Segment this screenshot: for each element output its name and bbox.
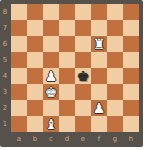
square-c3[interactable]: ♚ bbox=[43, 84, 59, 100]
square-c7[interactable] bbox=[43, 20, 59, 36]
square-a8[interactable] bbox=[11, 4, 27, 20]
square-g5[interactable] bbox=[107, 52, 123, 68]
square-h6[interactable] bbox=[123, 36, 139, 52]
square-a1[interactable] bbox=[11, 116, 27, 132]
square-g2[interactable] bbox=[107, 100, 123, 116]
square-g8[interactable] bbox=[107, 4, 123, 20]
square-d1[interactable] bbox=[59, 116, 75, 132]
white-bishop-c1[interactable]: ♝ bbox=[43, 116, 59, 132]
square-f6[interactable]: ♜ bbox=[91, 36, 107, 52]
square-g6[interactable] bbox=[107, 36, 123, 52]
square-d4[interactable] bbox=[59, 68, 75, 84]
square-c8[interactable] bbox=[43, 4, 59, 20]
square-e6[interactable] bbox=[75, 36, 91, 52]
square-h2[interactable] bbox=[123, 100, 139, 116]
square-d6[interactable] bbox=[59, 36, 75, 52]
square-e7[interactable] bbox=[75, 20, 91, 36]
square-f1[interactable] bbox=[91, 116, 107, 132]
square-h5[interactable] bbox=[123, 52, 139, 68]
square-d2[interactable] bbox=[59, 100, 75, 116]
rank-label-8: 8 bbox=[0, 4, 10, 20]
square-b2[interactable] bbox=[27, 100, 43, 116]
square-a2[interactable] bbox=[11, 100, 27, 116]
square-a5[interactable] bbox=[11, 52, 27, 68]
square-e5[interactable] bbox=[75, 52, 91, 68]
rank-label-6: 6 bbox=[0, 36, 10, 52]
black-king-e4[interactable]: ♚ bbox=[75, 68, 91, 84]
square-h1[interactable] bbox=[123, 116, 139, 132]
square-b1[interactable] bbox=[27, 116, 43, 132]
square-c2[interactable] bbox=[43, 100, 59, 116]
square-c4[interactable]: ♟ bbox=[43, 68, 59, 84]
square-b3[interactable] bbox=[27, 84, 43, 100]
square-a4[interactable] bbox=[11, 68, 27, 84]
file-label-h: h bbox=[123, 132, 139, 146]
square-h8[interactable] bbox=[123, 4, 139, 20]
rank-label-5: 5 bbox=[0, 52, 10, 68]
square-g3[interactable] bbox=[107, 84, 123, 100]
file-label-b: b bbox=[27, 132, 43, 146]
rank-label-7: 7 bbox=[0, 20, 10, 36]
square-b4[interactable] bbox=[27, 68, 43, 84]
file-label-f: f bbox=[91, 132, 107, 146]
square-f5[interactable] bbox=[91, 52, 107, 68]
square-f8[interactable] bbox=[91, 4, 107, 20]
square-h4[interactable] bbox=[123, 68, 139, 84]
square-c1[interactable]: ♝ bbox=[43, 116, 59, 132]
square-e1[interactable] bbox=[75, 116, 91, 132]
square-a3[interactable] bbox=[11, 84, 27, 100]
file-label-e: e bbox=[75, 132, 91, 146]
square-f4[interactable] bbox=[91, 68, 107, 84]
square-g4[interactable] bbox=[107, 68, 123, 84]
square-h7[interactable] bbox=[123, 20, 139, 36]
square-c5[interactable] bbox=[43, 52, 59, 68]
square-b8[interactable] bbox=[27, 4, 43, 20]
file-label-a: a bbox=[11, 132, 27, 146]
file-label-g: g bbox=[107, 132, 123, 146]
white-rook-f6[interactable]: ♜ bbox=[91, 36, 107, 52]
square-d3[interactable] bbox=[59, 84, 75, 100]
square-e8[interactable] bbox=[75, 4, 91, 20]
square-e3[interactable] bbox=[75, 84, 91, 100]
square-d7[interactable] bbox=[59, 20, 75, 36]
file-labels: abcdefgh bbox=[11, 132, 139, 146]
square-c6[interactable] bbox=[43, 36, 59, 52]
file-label-c: c bbox=[43, 132, 59, 146]
file-label-d: d bbox=[59, 132, 75, 146]
rank-label-3: 3 bbox=[0, 84, 10, 100]
square-e4[interactable]: ♚ bbox=[75, 68, 91, 84]
square-b7[interactable] bbox=[27, 20, 43, 36]
square-a6[interactable] bbox=[11, 36, 27, 52]
chess-board[interactable]: ♜♟♚♚♟♝ bbox=[11, 4, 139, 132]
square-f3[interactable] bbox=[91, 84, 107, 100]
square-d8[interactable] bbox=[59, 4, 75, 20]
rank-labels: 87654321 bbox=[0, 4, 11, 132]
square-g1[interactable] bbox=[107, 116, 123, 132]
square-h3[interactable] bbox=[123, 84, 139, 100]
white-pawn-f2[interactable]: ♟ bbox=[91, 100, 107, 116]
square-f2[interactable]: ♟ bbox=[91, 100, 107, 116]
square-a7[interactable] bbox=[11, 20, 27, 36]
square-d5[interactable] bbox=[59, 52, 75, 68]
white-pawn-c4[interactable]: ♟ bbox=[43, 68, 59, 84]
rank-label-1: 1 bbox=[0, 116, 10, 132]
square-e2[interactable] bbox=[75, 100, 91, 116]
square-f7[interactable] bbox=[91, 20, 107, 36]
square-g7[interactable] bbox=[107, 20, 123, 36]
rank-label-4: 4 bbox=[0, 68, 10, 84]
white-king-c3[interactable]: ♚ bbox=[43, 84, 59, 100]
square-b6[interactable] bbox=[27, 36, 43, 52]
chess-board-widget: 87654321 ♜♟♚♚♟♝ abcdefgh bbox=[0, 0, 143, 147]
square-b5[interactable] bbox=[27, 52, 43, 68]
rank-label-2: 2 bbox=[0, 100, 10, 116]
